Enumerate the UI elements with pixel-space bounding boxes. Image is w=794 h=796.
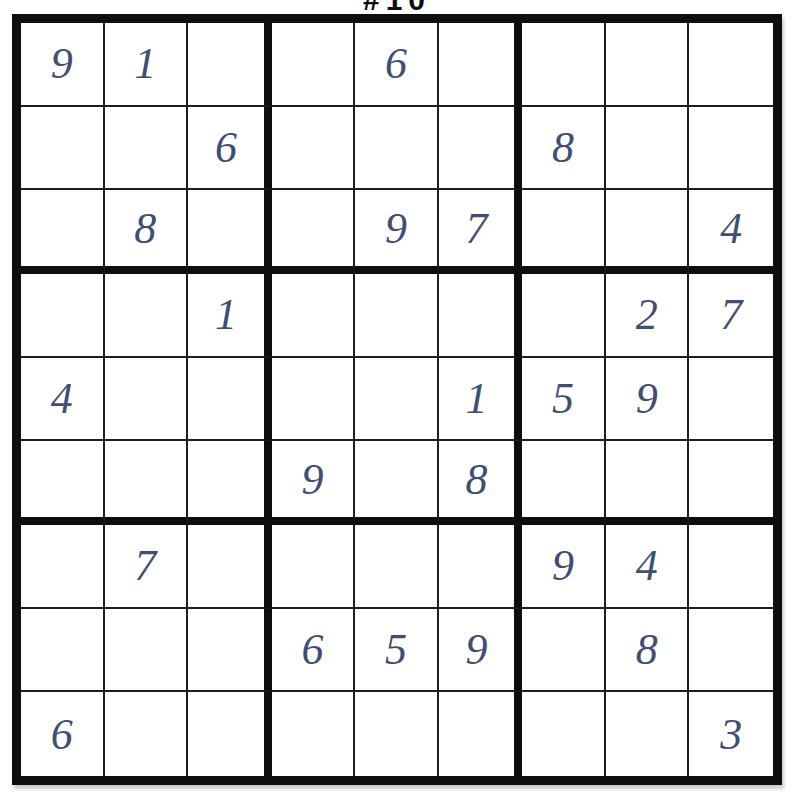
cell-r2c3: 6 <box>188 107 272 191</box>
cell-r6c6: 8 <box>439 441 523 525</box>
cell-r3c6: 7 <box>439 190 523 274</box>
cell-r2c2 <box>105 107 189 191</box>
cell-r8c9 <box>689 609 773 693</box>
cell-r5c4 <box>272 358 356 442</box>
cell-r1c2: 1 <box>105 23 189 107</box>
cell-r7c4 <box>272 525 356 609</box>
cell-r4c3: 1 <box>188 274 272 358</box>
puzzle-number-fragment: #10 <box>363 0 431 14</box>
cell-r4c9: 7 <box>689 274 773 358</box>
cell-r9c1: 6 <box>21 692 105 776</box>
cell-r2c5 <box>355 107 439 191</box>
cell-r3c4 <box>272 190 356 274</box>
cell-r6c9 <box>689 441 773 525</box>
cell-r1c5: 6 <box>355 23 439 107</box>
cell-r5c9 <box>689 358 773 442</box>
cell-r8c7 <box>522 609 606 693</box>
cell-r4c2 <box>105 274 189 358</box>
cell-r6c2 <box>105 441 189 525</box>
cell-r9c7 <box>522 692 606 776</box>
cell-r5c6: 1 <box>439 358 523 442</box>
cell-r9c5 <box>355 692 439 776</box>
cell-r1c9 <box>689 23 773 107</box>
cell-r1c6 <box>439 23 523 107</box>
cell-r1c8 <box>606 23 690 107</box>
cell-r6c5 <box>355 441 439 525</box>
cell-r8c4: 6 <box>272 609 356 693</box>
cell-r6c1 <box>21 441 105 525</box>
cell-r9c3 <box>188 692 272 776</box>
cell-r3c1 <box>21 190 105 274</box>
cell-r9c2 <box>105 692 189 776</box>
cell-r1c4 <box>272 23 356 107</box>
cell-r5c8: 9 <box>606 358 690 442</box>
cell-r7c3 <box>188 525 272 609</box>
cell-r1c3 <box>188 23 272 107</box>
cell-r7c9 <box>689 525 773 609</box>
cell-r6c4: 9 <box>272 441 356 525</box>
cell-r1c1: 9 <box>21 23 105 107</box>
cell-r5c2 <box>105 358 189 442</box>
cell-r7c7: 9 <box>522 525 606 609</box>
cell-r9c6 <box>439 692 523 776</box>
puzzle-number-clipped: #10 <box>0 0 794 14</box>
cell-r7c2: 7 <box>105 525 189 609</box>
cell-r2c7: 8 <box>522 107 606 191</box>
cell-r4c5 <box>355 274 439 358</box>
cell-r2c1 <box>21 107 105 191</box>
sudoku-page: #10 916688974127415998794659863 <box>0 0 794 796</box>
cell-r4c6 <box>439 274 523 358</box>
cell-r2c6 <box>439 107 523 191</box>
cell-r6c8 <box>606 441 690 525</box>
cell-r8c1 <box>21 609 105 693</box>
cell-r8c8: 8 <box>606 609 690 693</box>
cell-r9c4 <box>272 692 356 776</box>
cell-r6c7 <box>522 441 606 525</box>
cell-r8c5: 5 <box>355 609 439 693</box>
cell-r3c8 <box>606 190 690 274</box>
cell-r5c5 <box>355 358 439 442</box>
cell-r7c1 <box>21 525 105 609</box>
cell-r9c8 <box>606 692 690 776</box>
sudoku-board: 916688974127415998794659863 <box>12 14 782 785</box>
cell-r9c9: 3 <box>689 692 773 776</box>
cell-r8c3 <box>188 609 272 693</box>
cell-r6c3 <box>188 441 272 525</box>
cell-r2c4 <box>272 107 356 191</box>
cell-r7c6 <box>439 525 523 609</box>
cell-r5c1: 4 <box>21 358 105 442</box>
cell-r3c2: 8 <box>105 190 189 274</box>
cell-r2c9 <box>689 107 773 191</box>
cell-r7c8: 4 <box>606 525 690 609</box>
cell-r3c5: 9 <box>355 190 439 274</box>
cell-r2c8 <box>606 107 690 191</box>
cell-r7c5 <box>355 525 439 609</box>
cell-r3c7 <box>522 190 606 274</box>
cell-r1c7 <box>522 23 606 107</box>
cell-r4c7 <box>522 274 606 358</box>
cell-r8c6: 9 <box>439 609 523 693</box>
cell-r5c3 <box>188 358 272 442</box>
cell-r3c9: 4 <box>689 190 773 274</box>
cell-r8c2 <box>105 609 189 693</box>
cell-r5c7: 5 <box>522 358 606 442</box>
cell-r4c8: 2 <box>606 274 690 358</box>
cell-r4c1 <box>21 274 105 358</box>
cell-r4c4 <box>272 274 356 358</box>
cell-r3c3 <box>188 190 272 274</box>
